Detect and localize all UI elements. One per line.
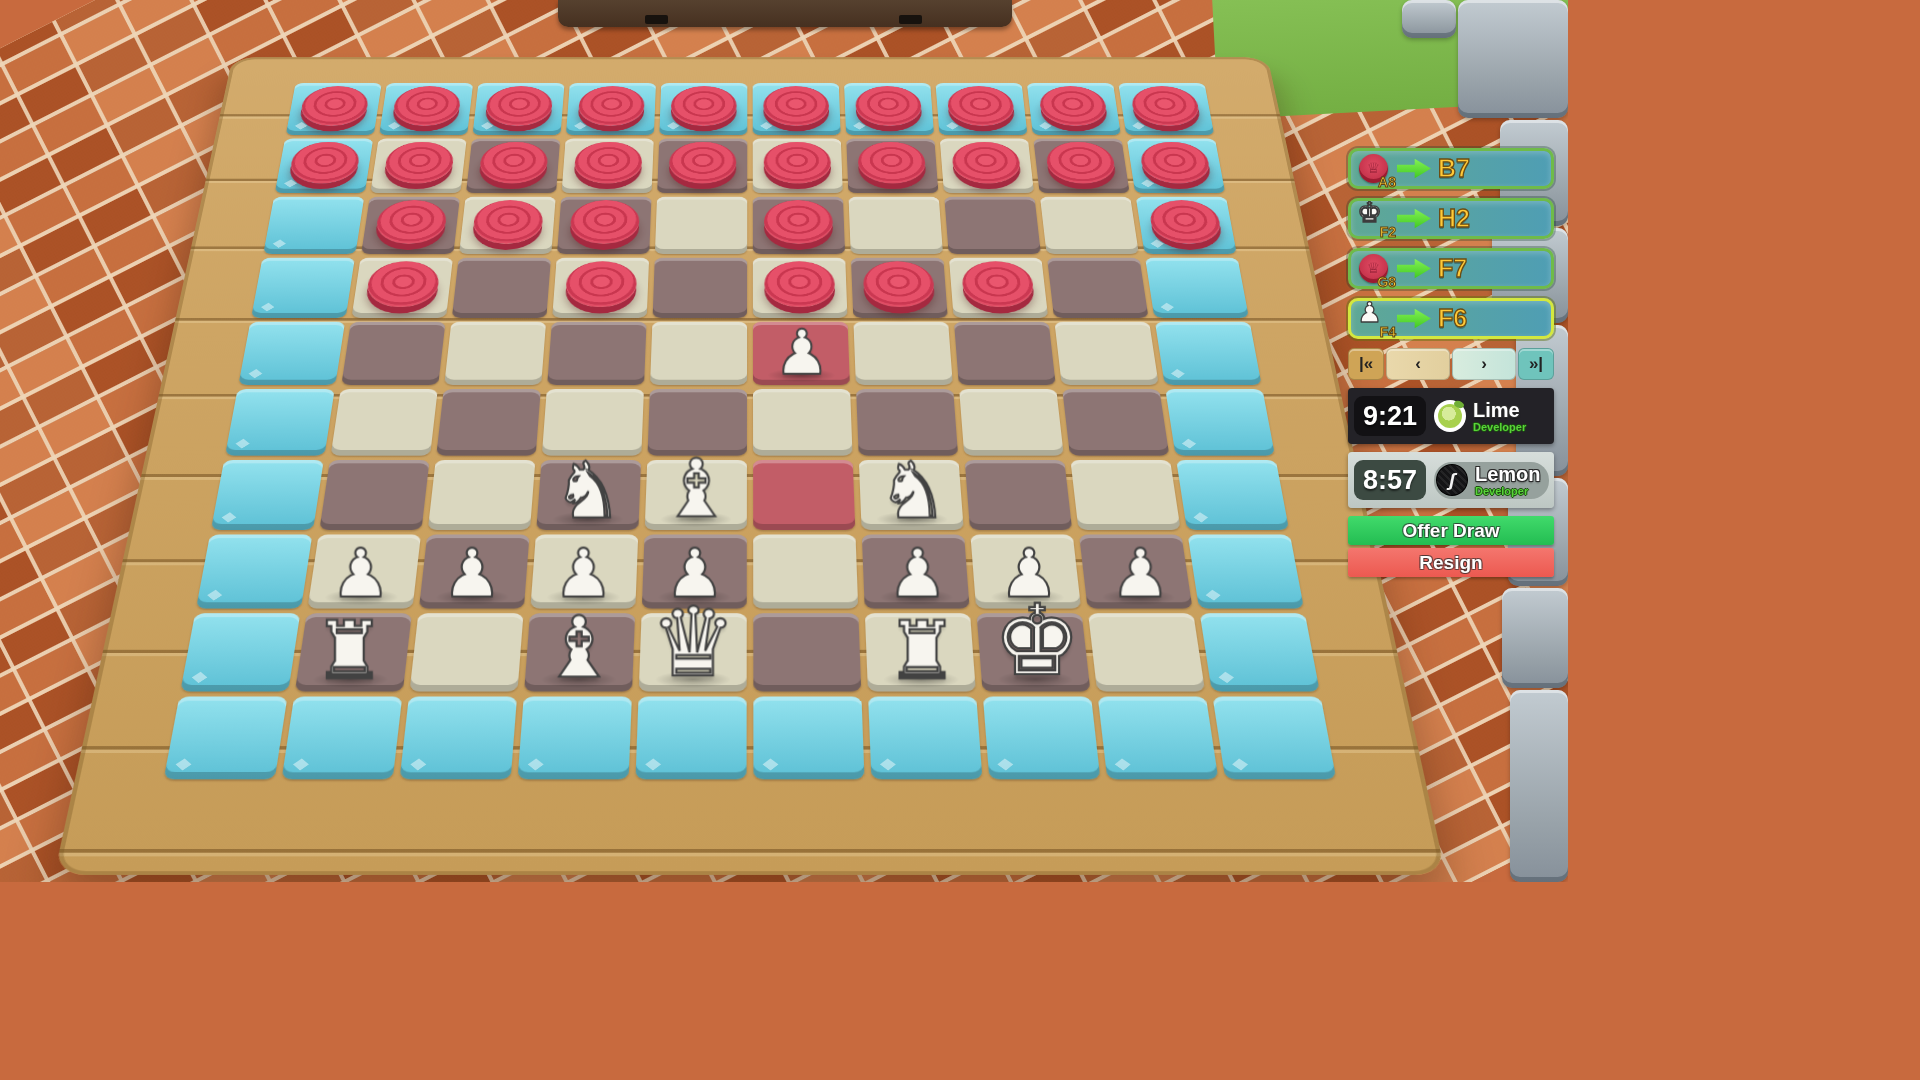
board-square[interactable] bbox=[319, 460, 429, 530]
board-square[interactable] bbox=[1098, 697, 1219, 780]
board-square[interactable] bbox=[436, 389, 541, 456]
player-role-lime: Developer bbox=[1473, 422, 1526, 433]
white-bishop-piece[interactable]: ♝ bbox=[540, 605, 616, 690]
board-square[interactable] bbox=[196, 534, 312, 608]
white-queen-piece[interactable]: ♛ bbox=[650, 594, 736, 690]
board-square[interactable] bbox=[846, 139, 938, 194]
board-square[interactable] bbox=[753, 389, 853, 456]
green-arrow-icon bbox=[1397, 158, 1431, 179]
red-checker-piece[interactable] bbox=[471, 200, 544, 243]
red-checker-piece[interactable] bbox=[1138, 142, 1213, 183]
board-square[interactable]: ♟ bbox=[862, 534, 970, 608]
board-square[interactable] bbox=[286, 83, 382, 135]
red-checker-piece[interactable] bbox=[951, 142, 1023, 183]
red-checker-piece[interactable] bbox=[364, 261, 441, 307]
previous-move-button[interactable]: ‹ bbox=[1386, 348, 1450, 380]
board-square[interactable] bbox=[655, 197, 747, 254]
board-square[interactable] bbox=[225, 389, 335, 456]
white-pawn-piece[interactable]: ♟ bbox=[1110, 540, 1170, 607]
board-square[interactable] bbox=[557, 197, 651, 254]
board-square[interactable] bbox=[1200, 613, 1320, 691]
board-square[interactable] bbox=[251, 258, 355, 318]
board-square[interactable] bbox=[1088, 613, 1205, 691]
board-square[interactable] bbox=[983, 697, 1100, 780]
red-checker-piece[interactable] bbox=[1044, 142, 1117, 183]
clock-lime: 9:21 bbox=[1354, 396, 1426, 436]
board-square[interactable] bbox=[370, 139, 466, 194]
board-square[interactable] bbox=[428, 460, 536, 530]
side-panel: ♕A8B7♚F2H2♕G8F7♟F4F6 |« ‹ › »| 9:21 Lime… bbox=[1348, 148, 1554, 580]
move-to-label: F6 bbox=[1438, 304, 1467, 333]
board-square[interactable] bbox=[1033, 139, 1129, 194]
board-square[interactable] bbox=[452, 258, 551, 318]
board-square[interactable] bbox=[473, 83, 565, 135]
red-checker-icon: ♕A8 bbox=[1357, 152, 1393, 186]
red-checker-piece[interactable] bbox=[764, 261, 836, 307]
move-to-label: H2 bbox=[1438, 204, 1470, 233]
move-history-list: ♕A8B7♚F2H2♕G8F7♟F4F6 bbox=[1348, 148, 1554, 339]
board-square[interactable] bbox=[361, 197, 460, 254]
board-square[interactable] bbox=[753, 139, 843, 194]
move-to-label: B7 bbox=[1438, 154, 1470, 183]
board-square[interactable] bbox=[753, 83, 841, 135]
board-square[interactable] bbox=[940, 139, 1034, 194]
board-square[interactable]: ♜ bbox=[295, 613, 412, 691]
white-bishop-piece[interactable]: ♝ bbox=[660, 449, 732, 529]
player-name-lime: Lime bbox=[1473, 400, 1526, 420]
red-checker-piece[interactable] bbox=[383, 142, 456, 183]
resign-button[interactable]: Resign bbox=[1348, 548, 1554, 577]
red-checker-piece[interactable] bbox=[573, 142, 643, 183]
player-role-lemon: Developer bbox=[1475, 486, 1541, 497]
red-checker-piece[interactable] bbox=[484, 86, 554, 126]
board-square[interactable] bbox=[444, 322, 546, 385]
board-square[interactable] bbox=[351, 258, 452, 318]
board-square[interactable] bbox=[518, 697, 632, 780]
board-square[interactable] bbox=[851, 258, 948, 318]
red-checker-piece[interactable] bbox=[960, 261, 1035, 307]
board-square[interactable] bbox=[331, 389, 438, 456]
board-square[interactable] bbox=[635, 697, 746, 780]
red-checker-piece[interactable] bbox=[1129, 86, 1202, 126]
board-square[interactable] bbox=[275, 139, 373, 194]
board-square[interactable] bbox=[400, 697, 517, 780]
board-square[interactable]: ♝ bbox=[524, 613, 635, 691]
first-move-button[interactable]: |« bbox=[1348, 348, 1384, 380]
board-square[interactable]: ♟ bbox=[1079, 534, 1193, 608]
board-square[interactable]: ♟ bbox=[419, 534, 530, 608]
move-from-label: F4 bbox=[1380, 324, 1396, 340]
board-square[interactable] bbox=[959, 389, 1064, 456]
white-pawn-piece[interactable]: ♟ bbox=[330, 540, 390, 607]
board-square[interactable]: ♟ bbox=[307, 534, 421, 608]
white-king-piece[interactable]: ♚ bbox=[993, 592, 1081, 690]
board-square[interactable] bbox=[466, 139, 560, 194]
board-square[interactable] bbox=[566, 83, 656, 135]
white-king-icon: ♚F2 bbox=[1357, 202, 1393, 236]
red-checker-piece[interactable] bbox=[1147, 200, 1224, 243]
game-board[interactable]: ♟♞♝♞♟♟♟♟♟♟♟♜♝♛♜♚ bbox=[164, 83, 1337, 779]
board-square[interactable]: ♚ bbox=[977, 613, 1091, 691]
board-square[interactable] bbox=[459, 197, 556, 254]
board-square[interactable] bbox=[263, 197, 364, 254]
move-from-label: A8 bbox=[1378, 174, 1396, 190]
board-square[interactable] bbox=[650, 322, 747, 385]
move-to-label: F7 bbox=[1438, 254, 1467, 283]
next-move-button[interactable]: › bbox=[1452, 348, 1516, 380]
board-square[interactable] bbox=[1176, 460, 1289, 530]
move-entry[interactable]: ♕G8F7 bbox=[1348, 248, 1554, 289]
stone-block bbox=[1502, 588, 1568, 688]
board-square[interactable] bbox=[1027, 83, 1121, 135]
board-square[interactable]: ♟ bbox=[753, 322, 850, 385]
board-square[interactable] bbox=[954, 322, 1056, 385]
board-square[interactable] bbox=[753, 258, 848, 318]
red-checker-piece[interactable] bbox=[298, 86, 371, 126]
red-checker-piece[interactable] bbox=[946, 86, 1016, 126]
red-checker-piece[interactable] bbox=[764, 200, 834, 243]
red-checker-piece[interactable] bbox=[670, 86, 737, 126]
white-rook-piece[interactable]: ♜ bbox=[313, 610, 385, 690]
white-knight-piece[interactable]: ♞ bbox=[878, 451, 948, 529]
board-square[interactable] bbox=[657, 139, 747, 194]
green-arrow-icon bbox=[1397, 208, 1431, 229]
board-square[interactable] bbox=[1136, 197, 1237, 254]
board-square[interactable] bbox=[844, 83, 934, 135]
board-square[interactable] bbox=[753, 460, 855, 530]
board-square[interactable]: ♞ bbox=[536, 460, 641, 530]
board-square[interactable] bbox=[282, 697, 403, 780]
board-square[interactable] bbox=[653, 258, 748, 318]
board-square[interactable] bbox=[868, 697, 982, 780]
board-square[interactable] bbox=[211, 460, 324, 530]
board-square[interactable] bbox=[410, 613, 524, 691]
red-checker-piece[interactable] bbox=[763, 142, 831, 183]
white-pawn-piece[interactable]: ♟ bbox=[774, 322, 830, 384]
bench-bracket bbox=[899, 15, 922, 24]
board-scene: ♟♞♝♞♟♟♟♟♟♟♟♜♝♛♜♚ bbox=[164, 83, 1337, 779]
red-checker-piece[interactable] bbox=[668, 142, 736, 183]
board-square[interactable] bbox=[1155, 322, 1262, 385]
board-square[interactable] bbox=[753, 613, 861, 691]
white-pawn-piece[interactable]: ♟ bbox=[887, 540, 947, 607]
board-square[interactable] bbox=[1127, 139, 1225, 194]
board-square[interactable] bbox=[944, 197, 1041, 254]
board-square[interactable] bbox=[552, 258, 649, 318]
clock-lemon: 8:57 bbox=[1354, 460, 1426, 500]
white-rook-piece[interactable]: ♜ bbox=[886, 610, 958, 690]
board-square[interactable] bbox=[753, 197, 845, 254]
stone-block bbox=[1458, 0, 1568, 118]
board-square[interactable] bbox=[965, 460, 1073, 530]
red-checker-piece[interactable] bbox=[857, 142, 927, 183]
board-square[interactable] bbox=[1188, 534, 1304, 608]
red-checker-piece[interactable] bbox=[391, 86, 462, 126]
move-from-label: F2 bbox=[1380, 224, 1396, 240]
board-square[interactable] bbox=[1062, 389, 1169, 456]
lime-avatar-icon bbox=[1434, 400, 1466, 432]
green-arrow-icon bbox=[1397, 258, 1431, 279]
board-square[interactable]: ♞ bbox=[859, 460, 964, 530]
board-square[interactable] bbox=[1213, 697, 1337, 780]
board-square[interactable] bbox=[164, 697, 288, 780]
white-pawn-icon: ♟F4 bbox=[1357, 302, 1393, 336]
player-row-lime: 9:21 Lime Developer bbox=[1348, 388, 1554, 444]
red-checker-piece[interactable] bbox=[862, 261, 936, 307]
last-move-button[interactable]: »| bbox=[1518, 348, 1554, 380]
board-square[interactable]: ♝ bbox=[645, 460, 747, 530]
move-from-label: G8 bbox=[1377, 274, 1396, 290]
white-knight-piece[interactable]: ♞ bbox=[552, 451, 622, 529]
move-entry-current[interactable]: ♟F4F6 bbox=[1348, 298, 1554, 339]
red-checker-icon: ♕G8 bbox=[1357, 252, 1393, 286]
player-name-lemon: Lemon bbox=[1475, 464, 1541, 484]
board-square[interactable] bbox=[753, 697, 864, 780]
board-square[interactable] bbox=[180, 613, 300, 691]
board-square[interactable] bbox=[1070, 460, 1180, 530]
board-square[interactable] bbox=[547, 322, 646, 385]
move-nav-bar: |« ‹ › »| bbox=[1348, 348, 1554, 380]
board-square[interactable] bbox=[1165, 389, 1275, 456]
board-square[interactable] bbox=[1118, 83, 1214, 135]
board-square[interactable] bbox=[238, 322, 345, 385]
bench-bracket bbox=[645, 15, 668, 24]
red-checker-piece[interactable] bbox=[763, 86, 830, 126]
red-checker-piece[interactable] bbox=[577, 86, 645, 126]
board-square[interactable] bbox=[1054, 322, 1158, 385]
move-entry[interactable]: ♚F2H2 bbox=[1348, 198, 1554, 239]
red-checker-piece[interactable] bbox=[855, 86, 923, 126]
board-square[interactable] bbox=[562, 139, 654, 194]
green-arrow-icon bbox=[1397, 308, 1431, 329]
bench-top bbox=[558, 0, 1012, 27]
move-entry[interactable]: ♕A8B7 bbox=[1348, 148, 1554, 189]
board-square[interactable] bbox=[849, 197, 943, 254]
player-row-lemon: 8:57 ʃ Lemon Developer bbox=[1348, 452, 1554, 508]
board-square[interactable]: ♜ bbox=[865, 613, 976, 691]
board-square[interactable] bbox=[853, 322, 952, 385]
stone-block bbox=[1510, 690, 1568, 882]
board-square[interactable] bbox=[1047, 258, 1148, 318]
red-checker-piece[interactable] bbox=[374, 200, 449, 243]
board-square[interactable] bbox=[1040, 197, 1139, 254]
lemon-avatar-icon: ʃ bbox=[1436, 464, 1468, 496]
board-square[interactable]: ♛ bbox=[639, 613, 747, 691]
red-checker-piece[interactable] bbox=[564, 261, 638, 307]
white-pawn-piece[interactable]: ♟ bbox=[441, 540, 501, 607]
board-square[interactable] bbox=[949, 258, 1048, 318]
red-checker-piece[interactable] bbox=[478, 142, 550, 183]
board-square[interactable] bbox=[659, 83, 747, 135]
board-square[interactable] bbox=[379, 83, 473, 135]
board-square[interactable] bbox=[935, 83, 1027, 135]
board-square[interactable] bbox=[1145, 258, 1249, 318]
red-checker-piece[interactable] bbox=[1038, 86, 1109, 126]
board-square[interactable] bbox=[753, 534, 858, 608]
red-checker-piece[interactable] bbox=[569, 200, 641, 243]
stone-block bbox=[1402, 0, 1456, 38]
offer-draw-button[interactable]: Offer Draw bbox=[1348, 516, 1554, 545]
board-square[interactable] bbox=[341, 322, 445, 385]
red-checker-piece[interactable] bbox=[287, 142, 362, 183]
